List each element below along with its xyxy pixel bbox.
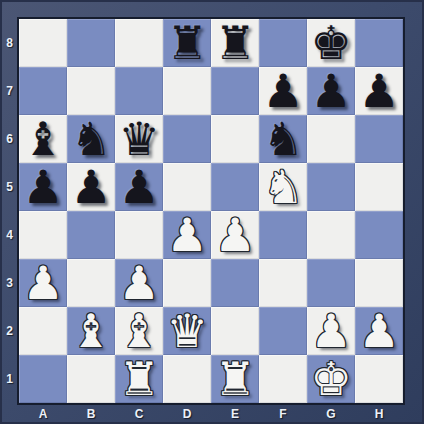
file-label-a: A	[19, 405, 67, 422]
square-a6[interactable]: ♝	[19, 115, 67, 163]
square-h7[interactable]: ♟	[355, 67, 403, 115]
square-b7[interactable]	[67, 67, 115, 115]
square-c4[interactable]	[115, 211, 163, 259]
square-a8[interactable]	[19, 19, 67, 67]
piece-black-knight-f6[interactable]: ♞	[262, 115, 303, 163]
piece-black-pawn-h7[interactable]: ♟	[358, 67, 399, 115]
square-h1[interactable]	[355, 355, 403, 403]
square-e4[interactable]: ♟	[211, 211, 259, 259]
square-b2[interactable]: ♝	[67, 307, 115, 355]
square-c8[interactable]	[115, 19, 163, 67]
square-h5[interactable]	[355, 163, 403, 211]
file-label-c: C	[115, 405, 163, 422]
square-c7[interactable]	[115, 67, 163, 115]
square-d7[interactable]	[163, 67, 211, 115]
square-f1[interactable]	[259, 355, 307, 403]
square-c5[interactable]: ♟	[115, 163, 163, 211]
piece-black-rook-e8[interactable]: ♜	[214, 19, 255, 67]
rank-label-8: 8	[2, 19, 17, 67]
piece-black-pawn-a5[interactable]: ♟	[22, 163, 63, 211]
square-a7[interactable]	[19, 67, 67, 115]
piece-black-bishop-a6[interactable]: ♝	[22, 115, 63, 163]
piece-white-queen-d2[interactable]: ♛	[166, 307, 207, 355]
square-d5[interactable]	[163, 163, 211, 211]
square-a3[interactable]: ♟	[19, 259, 67, 307]
square-f3[interactable]	[259, 259, 307, 307]
file-label-g: G	[307, 405, 355, 422]
square-b3[interactable]	[67, 259, 115, 307]
square-g6[interactable]	[307, 115, 355, 163]
file-label-e: E	[211, 405, 259, 422]
square-d6[interactable]	[163, 115, 211, 163]
piece-white-pawn-e4[interactable]: ♟	[214, 211, 255, 259]
square-d4[interactable]: ♟	[163, 211, 211, 259]
square-g7[interactable]: ♟	[307, 67, 355, 115]
piece-white-pawn-c3[interactable]: ♟	[118, 259, 159, 307]
square-f5[interactable]: ♞	[259, 163, 307, 211]
square-a5[interactable]: ♟	[19, 163, 67, 211]
piece-black-knight-b6[interactable]: ♞	[70, 115, 111, 163]
piece-white-pawn-d4[interactable]: ♟	[166, 211, 207, 259]
square-h8[interactable]	[355, 19, 403, 67]
piece-black-king-g8[interactable]: ♚	[310, 19, 351, 67]
square-f7[interactable]: ♟	[259, 67, 307, 115]
square-e2[interactable]	[211, 307, 259, 355]
square-e5[interactable]	[211, 163, 259, 211]
square-e8[interactable]: ♜	[211, 19, 259, 67]
square-d1[interactable]	[163, 355, 211, 403]
piece-white-rook-e1[interactable]: ♜	[214, 355, 255, 403]
square-b6[interactable]: ♞	[67, 115, 115, 163]
square-c3[interactable]: ♟	[115, 259, 163, 307]
chess-board-frame: ♜♜♚♟♟♟♝♞♛♞♟♟♟♞♟♟♟♟♝♝♛♟♟♜♜♚ 87654321 ABCD…	[0, 0, 424, 424]
square-b1[interactable]	[67, 355, 115, 403]
piece-white-bishop-c2[interactable]: ♝	[118, 307, 159, 355]
square-g3[interactable]	[307, 259, 355, 307]
square-f6[interactable]: ♞	[259, 115, 307, 163]
square-g5[interactable]	[307, 163, 355, 211]
square-g2[interactable]: ♟	[307, 307, 355, 355]
square-d8[interactable]: ♜	[163, 19, 211, 67]
piece-black-queen-c6[interactable]: ♛	[118, 115, 159, 163]
piece-white-pawn-h2[interactable]: ♟	[358, 307, 399, 355]
rank-label-6: 6	[2, 115, 17, 163]
square-a2[interactable]	[19, 307, 67, 355]
piece-white-rook-c1[interactable]: ♜	[118, 355, 159, 403]
square-c1[interactable]: ♜	[115, 355, 163, 403]
square-e6[interactable]	[211, 115, 259, 163]
rank-label-7: 7	[2, 67, 17, 115]
square-h3[interactable]	[355, 259, 403, 307]
rank-label-2: 2	[2, 307, 17, 355]
square-d3[interactable]	[163, 259, 211, 307]
square-f4[interactable]	[259, 211, 307, 259]
piece-white-pawn-a3[interactable]: ♟	[22, 259, 63, 307]
rank-label-1: 1	[2, 355, 17, 403]
piece-black-pawn-b5[interactable]: ♟	[70, 163, 111, 211]
square-d2[interactable]: ♛	[163, 307, 211, 355]
piece-white-pawn-g2[interactable]: ♟	[310, 307, 351, 355]
square-h6[interactable]	[355, 115, 403, 163]
square-c2[interactable]: ♝	[115, 307, 163, 355]
rank-label-4: 4	[2, 211, 17, 259]
piece-white-knight-f5[interactable]: ♞	[262, 163, 303, 211]
file-label-d: D	[163, 405, 211, 422]
square-f8[interactable]	[259, 19, 307, 67]
piece-black-pawn-g7[interactable]: ♟	[310, 67, 351, 115]
square-e7[interactable]	[211, 67, 259, 115]
square-g4[interactable]	[307, 211, 355, 259]
file-label-b: B	[67, 405, 115, 422]
square-e1[interactable]: ♜	[211, 355, 259, 403]
piece-white-bishop-b2[interactable]: ♝	[70, 307, 111, 355]
square-b4[interactable]	[67, 211, 115, 259]
rank-label-5: 5	[2, 163, 17, 211]
square-h4[interactable]	[355, 211, 403, 259]
square-g1[interactable]: ♚	[307, 355, 355, 403]
square-f2[interactable]	[259, 307, 307, 355]
square-a1[interactable]	[19, 355, 67, 403]
file-label-f: F	[259, 405, 307, 422]
chess-board: ♜♜♚♟♟♟♝♞♛♞♟♟♟♞♟♟♟♟♝♝♛♟♟♜♜♚	[17, 17, 405, 405]
square-b5[interactable]: ♟	[67, 163, 115, 211]
square-c6[interactable]: ♛	[115, 115, 163, 163]
square-e3[interactable]	[211, 259, 259, 307]
piece-black-rook-d8[interactable]: ♜	[166, 19, 207, 67]
piece-black-pawn-c5[interactable]: ♟	[118, 163, 159, 211]
piece-white-king-g1[interactable]: ♚	[310, 355, 351, 403]
square-b8[interactable]	[67, 19, 115, 67]
file-label-h: H	[355, 405, 403, 422]
piece-black-pawn-f7[interactable]: ♟	[262, 67, 303, 115]
square-h2[interactable]: ♟	[355, 307, 403, 355]
square-g8[interactable]: ♚	[307, 19, 355, 67]
square-a4[interactable]	[19, 211, 67, 259]
rank-label-3: 3	[2, 259, 17, 307]
